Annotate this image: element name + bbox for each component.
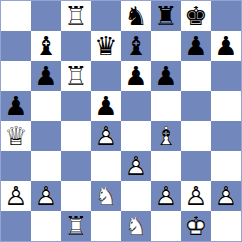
white-rook[interactable]: ♜♖ xyxy=(61,61,91,91)
square-f2[interactable]: ♟♙ xyxy=(151,181,181,211)
white-piece-outline-glyph: ♙ xyxy=(151,181,181,211)
square-d1[interactable] xyxy=(91,211,121,241)
black-pawn[interactable]: ♟ xyxy=(121,61,151,91)
black-pawn[interactable]: ♟ xyxy=(1,91,31,121)
square-g7[interactable]: ♟ xyxy=(181,31,211,61)
black-queen[interactable]: ♛ xyxy=(91,31,121,61)
square-d6[interactable] xyxy=(91,61,121,91)
square-d5[interactable]: ♟ xyxy=(91,91,121,121)
white-pawn[interactable]: ♟♙ xyxy=(181,181,211,211)
black-bishop[interactable]: ♝ xyxy=(121,31,151,61)
square-c8[interactable]: ♜♖ xyxy=(61,1,91,31)
square-g6[interactable] xyxy=(181,61,211,91)
square-h5[interactable] xyxy=(211,91,241,121)
square-g8[interactable]: ♚ xyxy=(181,1,211,31)
square-d3[interactable] xyxy=(91,151,121,181)
square-c2[interactable] xyxy=(61,181,91,211)
black-pawn[interactable]: ♟ xyxy=(151,61,181,91)
square-f7[interactable] xyxy=(151,31,181,61)
black-knight[interactable]: ♞ xyxy=(121,1,151,31)
square-f1[interactable] xyxy=(151,211,181,241)
square-h2[interactable]: ♟♙ xyxy=(211,181,241,211)
black-bishop[interactable]: ♝ xyxy=(31,31,61,61)
square-c7[interactable] xyxy=(61,31,91,61)
white-piece-outline-glyph: ♙ xyxy=(91,121,121,151)
black-pawn[interactable]: ♟ xyxy=(211,31,241,61)
square-c5[interactable] xyxy=(61,91,91,121)
white-piece-outline-glyph: ♔ xyxy=(181,211,211,241)
white-piece-outline-glyph: ♙ xyxy=(31,181,61,211)
square-f4[interactable]: ♝♗ xyxy=(151,121,181,151)
square-b1[interactable] xyxy=(31,211,61,241)
square-h6[interactable] xyxy=(211,61,241,91)
white-knight[interactable]: ♞♘ xyxy=(121,211,151,241)
square-a7[interactable] xyxy=(1,31,31,61)
white-piece-outline-glyph: ♘ xyxy=(91,181,121,211)
black-pawn[interactable]: ♟ xyxy=(91,91,121,121)
square-g5[interactable] xyxy=(181,91,211,121)
black-rook[interactable]: ♜ xyxy=(151,1,181,31)
white-pawn[interactable]: ♟♙ xyxy=(1,181,31,211)
square-g1[interactable]: ♚♔ xyxy=(181,211,211,241)
square-e5[interactable] xyxy=(121,91,151,121)
white-piece-outline-glyph: ♙ xyxy=(181,181,211,211)
square-b6[interactable]: ♟ xyxy=(31,61,61,91)
square-g2[interactable]: ♟♙ xyxy=(181,181,211,211)
square-d7[interactable]: ♛ xyxy=(91,31,121,61)
square-c1[interactable]: ♜♖ xyxy=(61,211,91,241)
square-c6[interactable]: ♜♖ xyxy=(61,61,91,91)
white-king[interactable]: ♚♔ xyxy=(181,211,211,241)
square-h4[interactable] xyxy=(211,121,241,151)
square-d8[interactable] xyxy=(91,1,121,31)
white-pawn[interactable]: ♟♙ xyxy=(31,181,61,211)
white-pawn[interactable]: ♟♙ xyxy=(211,181,241,211)
white-piece-outline-glyph: ♙ xyxy=(211,181,241,211)
black-pawn[interactable]: ♟ xyxy=(31,61,61,91)
white-piece-outline-glyph: ♕ xyxy=(1,121,31,151)
square-b7[interactable]: ♝ xyxy=(31,31,61,61)
square-g4[interactable] xyxy=(181,121,211,151)
square-d2[interactable]: ♞♘ xyxy=(91,181,121,211)
white-rook[interactable]: ♜♖ xyxy=(61,1,91,31)
white-pawn[interactable]: ♟♙ xyxy=(91,121,121,151)
square-f6[interactable]: ♟ xyxy=(151,61,181,91)
square-b8[interactable] xyxy=(31,1,61,31)
chess-board-container: ♜♖♞♜♚♝♛♝♟♟♟♜♖♟♟♟♟♛♕♟♙♝♗♟♙♟♙♟♙♞♘♟♙♟♙♟♙♜♖♞… xyxy=(0,0,242,242)
white-piece-outline-glyph: ♖ xyxy=(61,61,91,91)
square-h8[interactable] xyxy=(211,1,241,31)
square-f3[interactable] xyxy=(151,151,181,181)
square-a8[interactable] xyxy=(1,1,31,31)
white-pawn[interactable]: ♟♙ xyxy=(121,151,151,181)
square-f8[interactable]: ♜ xyxy=(151,1,181,31)
square-c4[interactable] xyxy=(61,121,91,151)
square-h7[interactable]: ♟ xyxy=(211,31,241,61)
square-g3[interactable] xyxy=(181,151,211,181)
square-h3[interactable] xyxy=(211,151,241,181)
white-piece-outline-glyph: ♗ xyxy=(151,121,181,151)
square-e8[interactable]: ♞ xyxy=(121,1,151,31)
white-piece-outline-glyph: ♙ xyxy=(1,181,31,211)
square-e1[interactable]: ♞♘ xyxy=(121,211,151,241)
white-bishop[interactable]: ♝♗ xyxy=(151,121,181,151)
square-h1[interactable] xyxy=(211,211,241,241)
square-e2[interactable] xyxy=(121,181,151,211)
square-a5[interactable]: ♟ xyxy=(1,91,31,121)
chess-board: ♜♖♞♜♚♝♛♝♟♟♟♜♖♟♟♟♟♛♕♟♙♝♗♟♙♟♙♟♙♞♘♟♙♟♙♟♙♜♖♞… xyxy=(0,0,242,242)
square-b2[interactable]: ♟♙ xyxy=(31,181,61,211)
square-a2[interactable]: ♟♙ xyxy=(1,181,31,211)
square-a1[interactable] xyxy=(1,211,31,241)
square-d4[interactable]: ♟♙ xyxy=(91,121,121,151)
square-e3[interactable]: ♟♙ xyxy=(121,151,151,181)
white-pawn[interactable]: ♟♙ xyxy=(151,181,181,211)
white-piece-outline-glyph: ♙ xyxy=(121,151,151,181)
square-b4[interactable] xyxy=(31,121,61,151)
black-king[interactable]: ♚ xyxy=(181,1,211,31)
white-queen[interactable]: ♛♕ xyxy=(1,121,31,151)
white-rook[interactable]: ♜♖ xyxy=(61,211,91,241)
square-e4[interactable] xyxy=(121,121,151,151)
black-pawn[interactable]: ♟ xyxy=(181,31,211,61)
square-b3[interactable] xyxy=(31,151,61,181)
square-e7[interactable]: ♝ xyxy=(121,31,151,61)
white-piece-outline-glyph: ♖ xyxy=(61,211,91,241)
square-f5[interactable] xyxy=(151,91,181,121)
white-piece-outline-glyph: ♖ xyxy=(61,1,91,31)
square-a4[interactable]: ♛♕ xyxy=(1,121,31,151)
square-a6[interactable] xyxy=(1,61,31,91)
white-piece-outline-glyph: ♘ xyxy=(121,211,151,241)
square-b5[interactable] xyxy=(31,91,61,121)
square-c3[interactable] xyxy=(61,151,91,181)
square-e6[interactable]: ♟ xyxy=(121,61,151,91)
square-a3[interactable] xyxy=(1,151,31,181)
white-knight[interactable]: ♞♘ xyxy=(91,181,121,211)
